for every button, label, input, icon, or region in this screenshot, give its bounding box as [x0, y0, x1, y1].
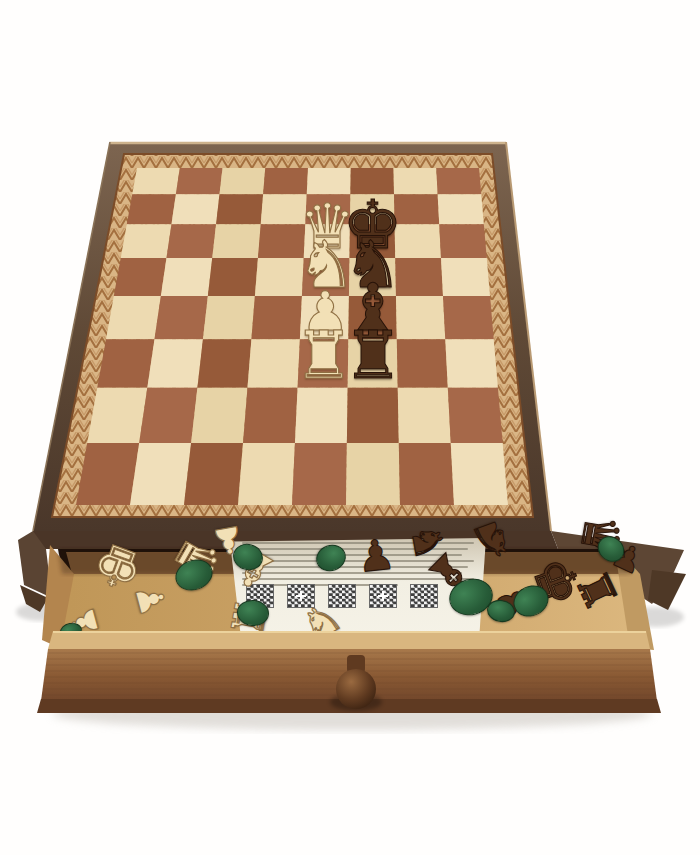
- drawer-front-top-rail: [48, 631, 650, 649]
- chess-set-photo: ♛♟♞♞♟♟♛♚♝♝♚♜♟♟♜♟♞ ♛♚♞♞♟♝♜♜: [0, 0, 700, 855]
- drawer-front-layer: [0, 0, 700, 855]
- drawer-knob: [336, 669, 376, 709]
